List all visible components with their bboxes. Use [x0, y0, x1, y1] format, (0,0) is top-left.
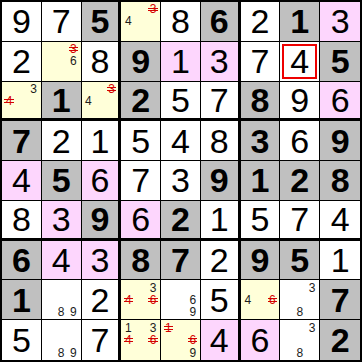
candidate-grid: 346: [122, 281, 159, 318]
cell-r1c9[interactable]: 3: [320, 2, 360, 42]
given-digit: 1: [12, 283, 31, 317]
solved-digit: 3: [52, 202, 71, 236]
cell-r9c4[interactable]: 1346: [121, 320, 161, 360]
solved-digit: 4: [12, 163, 31, 197]
candidate: 3: [147, 321, 159, 334]
cell-r5c7[interactable]: 1: [241, 161, 281, 201]
candidate: 8: [55, 346, 67, 359]
cell-r4c3[interactable]: 1: [82, 121, 122, 161]
candidate: 8: [294, 346, 306, 359]
candidate-crossed-out: 4: [122, 334, 134, 347]
solved-digit: 2: [52, 124, 71, 158]
cell-r1c7[interactable]: 2: [241, 2, 281, 42]
solved-digit: 6: [131, 202, 150, 236]
cell-r5c3[interactable]: 6: [82, 161, 122, 201]
solved-digit: 9: [12, 4, 31, 38]
solved-digit: 2: [12, 44, 31, 78]
candidate-grid: 38: [281, 321, 318, 359]
cell-r8c2[interactable]: 89: [42, 280, 82, 320]
candidate-grid: 69: [162, 281, 199, 318]
cell-r3c9[interactable]: 6: [320, 82, 360, 122]
cell-r4c4[interactable]: 5: [121, 121, 161, 161]
cell-r3c1[interactable]: 34: [2, 82, 42, 122]
cell-r7c6[interactable]: 2: [201, 241, 241, 281]
given-digit: 9: [251, 243, 270, 277]
given-digit: 1: [290, 4, 309, 38]
cell-r9c1[interactable]: 5: [2, 320, 42, 360]
cell-r4c1[interactable]: 7: [2, 121, 42, 161]
cell-r6c7[interactable]: 5: [241, 201, 281, 241]
solved-digit: 7: [210, 83, 229, 117]
candidate-grid: 169: [162, 321, 199, 359]
cell-r1c5[interactable]: 8: [161, 2, 201, 42]
cell-r7c4[interactable]: 8: [121, 241, 161, 281]
given-digit: 5: [290, 243, 309, 277]
given-digit: 8: [331, 163, 350, 197]
candidate-grid: 1346: [122, 321, 159, 359]
cell-r4c5[interactable]: 4: [161, 121, 201, 161]
cell-r1c4[interactable]: 34: [121, 2, 161, 42]
candidate: 3: [28, 83, 40, 95]
solved-digit: 6: [90, 163, 109, 197]
cell-r3c7[interactable]: 8: [241, 82, 281, 122]
solved-digit: 6: [290, 124, 309, 158]
cell-r5c8[interactable]: 2: [280, 161, 320, 201]
candidate-grid: 89: [43, 321, 80, 359]
cell-r2c4[interactable]: 9: [121, 42, 161, 82]
solved-digit: 2: [90, 283, 109, 317]
candidate: 8: [55, 306, 67, 318]
candidate: 8: [294, 306, 306, 318]
given-digit: 3: [251, 124, 270, 158]
solved-digit: 4: [331, 202, 350, 236]
cell-r7c8[interactable]: 5: [280, 241, 320, 281]
cell-r2c5[interactable]: 1: [161, 42, 201, 82]
cell-r4c6[interactable]: 8: [201, 121, 241, 161]
solved-digit: 9: [290, 83, 309, 117]
cell-r1c6[interactable]: 6: [201, 2, 241, 42]
cell-r3c3[interactable]: 34: [82, 82, 122, 122]
candidate-crossed-out: 6: [147, 294, 159, 306]
cell-r6c5[interactable]: 2: [161, 201, 201, 241]
solved-digit: 1: [90, 124, 109, 158]
solved-digit: 7: [52, 4, 71, 38]
given-digit: 8: [251, 83, 270, 117]
cell-r5c5[interactable]: 3: [161, 161, 201, 201]
cell-r4c2[interactable]: 2: [42, 121, 82, 161]
given-digit: 7: [171, 243, 190, 277]
given-digit: 9: [90, 202, 109, 236]
given-digit: 9: [131, 44, 150, 78]
cell-r2c8[interactable]: 4: [280, 42, 320, 82]
given-digit: 6: [12, 243, 31, 277]
solved-digit: 8: [90, 44, 109, 78]
cell-r8c4[interactable]: 346: [121, 280, 161, 320]
cell-r7c1[interactable]: 6: [2, 241, 42, 281]
cell-r6c3[interactable]: 9: [82, 201, 122, 241]
cell-r3c8[interactable]: 9: [280, 82, 320, 122]
solved-digit: 5: [251, 202, 270, 236]
solved-digit: 1: [210, 202, 229, 236]
cell-r9c8[interactable]: 38: [280, 320, 320, 360]
cell-r7c9[interactable]: 1: [320, 241, 360, 281]
solved-digit: 6: [251, 323, 270, 357]
given-digit: 1: [251, 163, 270, 197]
cell-r5c2[interactable]: 5: [42, 161, 82, 201]
cell-r8c6[interactable]: 5: [201, 280, 241, 320]
cell-r9c9[interactable]: 2: [320, 320, 360, 360]
given-digit: 5: [331, 44, 350, 78]
solved-digit: 1: [331, 243, 350, 277]
solved-digit: 5: [131, 124, 150, 158]
solved-digit: 4: [52, 243, 71, 277]
candidate-grid: 34: [3, 83, 40, 118]
candidate-grid: 89: [43, 281, 80, 318]
cell-r9c7[interactable]: 6: [241, 320, 281, 360]
cell-r4c8[interactable]: 6: [280, 121, 320, 161]
cell-r2c9[interactable]: 5: [320, 42, 360, 82]
candidate: 3: [306, 321, 318, 334]
cell-r9c6[interactable]: 4: [201, 320, 241, 360]
given-digit: 2: [131, 83, 150, 117]
candidate: 3: [306, 281, 318, 293]
candidate-crossed-out: 6: [187, 334, 199, 347]
cell-r8c7[interactable]: 46: [241, 280, 281, 320]
given-digit: 5: [52, 163, 71, 197]
candidate-crossed-out: 6: [147, 334, 159, 347]
cell-r5c4[interactable]: 7: [121, 161, 161, 201]
candidate-crossed-out: 3: [106, 83, 118, 95]
cell-r3c6[interactable]: 7: [201, 82, 241, 122]
cell-r6c9[interactable]: 4: [320, 201, 360, 241]
candidate: 9: [67, 306, 79, 318]
cell-r7c3[interactable]: 3: [82, 241, 122, 281]
candidate: 9: [187, 306, 199, 318]
cell-r3c5[interactable]: 5: [161, 82, 201, 122]
cell-r8c1[interactable]: 1: [2, 280, 42, 320]
solved-digit: 3: [210, 44, 229, 78]
given-digit: 7: [331, 283, 350, 317]
cell-r2c1[interactable]: 2: [2, 42, 42, 82]
cell-r1c8[interactable]: 1: [280, 2, 320, 42]
sudoku-board: 9753486213236891374534134257896721548369…: [0, 0, 362, 362]
solved-digit: 5: [210, 283, 229, 317]
cell-r3c4[interactable]: 2: [121, 82, 161, 122]
cell-r6c2[interactable]: 3: [42, 201, 82, 241]
cell-r2c2[interactable]: 36: [42, 42, 82, 82]
cell-r3c2[interactable]: 1: [42, 82, 82, 122]
candidate-crossed-out: 6: [266, 294, 278, 306]
cell-r2c3[interactable]: 8: [82, 42, 122, 82]
solved-digit: 7: [251, 44, 270, 78]
solved-digit: 6: [331, 83, 350, 117]
solved-digit: 5: [171, 83, 190, 117]
cell-r7c2[interactable]: 4: [42, 241, 82, 281]
given-digit: 9: [331, 124, 350, 158]
solved-digit: 3: [331, 4, 350, 38]
candidate-crossed-out: 4: [3, 95, 15, 107]
cell-r1c3[interactable]: 5: [82, 2, 122, 42]
candidate-grid: 38: [281, 281, 318, 318]
cell-r8c9[interactable]: 7: [320, 280, 360, 320]
solved-digit: 4: [171, 124, 190, 158]
cell-r2c7[interactable]: 7: [241, 42, 281, 82]
solved-digit: 4: [290, 44, 309, 78]
given-digit: 6: [210, 4, 229, 38]
cell-r9c3[interactable]: 7: [82, 320, 122, 360]
candidate: 1: [122, 321, 134, 334]
candidate-grid: 34: [83, 83, 118, 118]
cell-r6c6[interactable]: 1: [201, 201, 241, 241]
given-digit: 7: [12, 124, 31, 158]
solved-digit: 3: [90, 243, 109, 277]
candidate-grid: 34: [122, 3, 159, 40]
cell-r5c6[interactable]: 9: [201, 161, 241, 201]
cell-r6c4[interactable]: 6: [121, 201, 161, 241]
candidate-crossed-out: 4: [122, 294, 134, 306]
candidate-grid: 36: [43, 43, 80, 80]
candidate: 6: [67, 55, 79, 67]
cell-r7c7[interactable]: 9: [241, 241, 281, 281]
candidate: 4: [83, 95, 95, 107]
cell-r8c3[interactable]: 2: [82, 280, 122, 320]
given-digit: 1: [52, 83, 71, 117]
cell-r4c7[interactable]: 3: [241, 121, 281, 161]
cell-r1c2[interactable]: 7: [42, 2, 82, 42]
solved-digit: 2: [210, 243, 229, 277]
candidate-crossed-out: 3: [147, 3, 159, 15]
candidate-grid: 46: [242, 281, 279, 318]
candidate: 3: [147, 281, 159, 293]
cell-r9c5[interactable]: 169: [161, 320, 201, 360]
solved-digit: 3: [171, 163, 190, 197]
given-digit: 2: [331, 323, 350, 357]
cell-r8c5[interactable]: 69: [161, 280, 201, 320]
solved-digit: 8: [12, 202, 31, 236]
cell-r6c8[interactable]: 7: [280, 201, 320, 241]
cell-r9c2[interactable]: 89: [42, 320, 82, 360]
cell-r1c1[interactable]: 9: [2, 2, 42, 42]
solved-digit: 1: [171, 44, 190, 78]
cell-r8c8[interactable]: 38: [280, 280, 320, 320]
given-digit: 2: [290, 163, 309, 197]
given-digit: 5: [90, 4, 109, 38]
candidate-crossed-out: 1: [162, 321, 174, 334]
given-digit: 9: [210, 163, 229, 197]
solved-digit: 7: [131, 163, 150, 197]
solved-digit: 7: [90, 323, 109, 357]
cell-r5c1[interactable]: 4: [2, 161, 42, 201]
solved-digit: 8: [210, 124, 229, 158]
solved-digit: 7: [290, 202, 309, 236]
cell-r2c6[interactable]: 3: [201, 42, 241, 82]
candidate: 9: [187, 346, 199, 359]
solved-digit: 5: [12, 323, 31, 357]
given-digit: 8: [131, 243, 150, 277]
given-digit: 2: [171, 202, 190, 236]
cell-r7c5[interactable]: 7: [161, 241, 201, 281]
cell-r5c9[interactable]: 8: [320, 161, 360, 201]
candidate: 9: [67, 346, 79, 359]
candidate: 4: [242, 294, 254, 306]
solved-digit: 8: [171, 4, 190, 38]
solved-digit: 2: [251, 4, 270, 38]
cell-r4c9[interactable]: 9: [320, 121, 360, 161]
cell-r6c1[interactable]: 8: [2, 201, 42, 241]
solved-digit: 4: [210, 323, 229, 357]
candidate: 4: [122, 15, 134, 27]
